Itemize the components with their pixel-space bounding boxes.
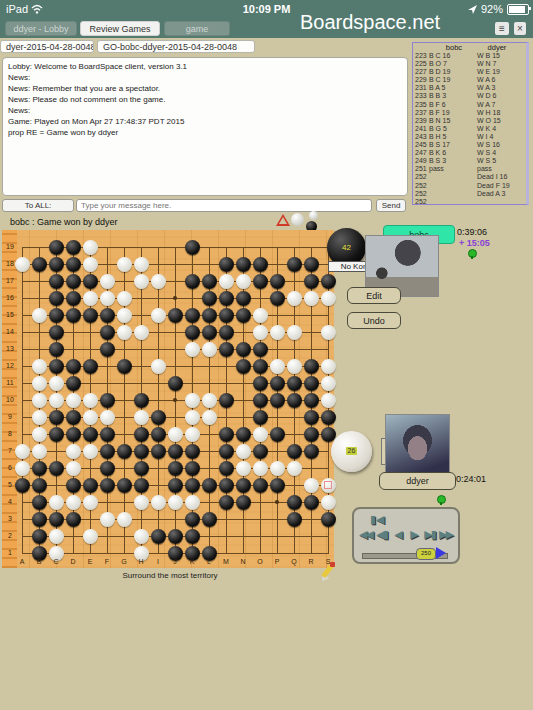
black-stone-D18[interactable] <box>66 257 81 272</box>
move-row[interactable]: 241B G 5W K 4 <box>413 125 526 133</box>
black-stone-P16[interactable] <box>270 291 285 306</box>
black-stone-Q3[interactable] <box>287 512 302 527</box>
white-stone-E2[interactable] <box>83 529 98 544</box>
black-stone-M15[interactable] <box>219 308 234 323</box>
vcr-back-step-button[interactable]: ◀▮ <box>374 527 389 541</box>
move-cell: 235 <box>415 101 429 109</box>
white-stone-L10[interactable] <box>202 393 217 408</box>
goal-pencil-icon[interactable] <box>318 560 336 584</box>
move-row[interactable]: 225B O 7W N 7 <box>413 60 526 68</box>
black-stone-F13[interactable] <box>100 342 115 357</box>
black-stone-K14[interactable] <box>185 325 200 340</box>
white-stone-G18[interactable] <box>117 257 132 272</box>
black-stone-H6[interactable] <box>134 461 149 476</box>
black-stone-K15[interactable] <box>185 308 200 323</box>
white-stone-S14[interactable] <box>321 325 336 340</box>
tab-game-2[interactable]: GO-bobc-ddyer-2015-04-28-0048 <box>97 40 255 53</box>
black-stone-J2[interactable] <box>168 529 183 544</box>
row-label: 7 <box>3 447 17 454</box>
move-row[interactable]: 237B F 19W H 18 <box>413 109 526 117</box>
white-stone-F9[interactable] <box>100 410 115 425</box>
white-stone-D7[interactable] <box>66 444 81 459</box>
white-stone-S11[interactable] <box>321 376 336 391</box>
white-stone-K13[interactable] <box>185 342 200 357</box>
white-stone-O15[interactable] <box>253 308 268 323</box>
white-stone-I15[interactable] <box>151 308 166 323</box>
black-stone-I8[interactable] <box>151 427 166 442</box>
chat-line: Lobby: Welcome to BoardSpace client, ver… <box>8 61 402 72</box>
black-stone-S17[interactable] <box>321 274 336 289</box>
white-stone-Q12[interactable] <box>287 359 302 374</box>
black-stone-L3[interactable] <box>202 512 217 527</box>
white-stone-H2[interactable] <box>134 529 149 544</box>
go-board[interactable]: 19181716151413121110987654321ABCDEFGHIJK… <box>2 230 334 568</box>
black-stone-O18[interactable] <box>253 257 268 272</box>
black-stone-E5[interactable] <box>83 478 98 493</box>
white-stone-O14[interactable] <box>253 325 268 340</box>
black-stone-D8[interactable] <box>66 427 81 442</box>
black-stone-L17[interactable] <box>202 274 217 289</box>
white-stone-P12[interactable] <box>270 359 285 374</box>
black-stone-D15[interactable] <box>66 308 81 323</box>
black-stone-O10[interactable] <box>253 393 268 408</box>
white-stone-B15[interactable] <box>32 308 47 323</box>
white-stone-Q16[interactable] <box>287 291 302 306</box>
row-label: 8 <box>3 430 17 437</box>
black-stone-L14[interactable] <box>202 325 217 340</box>
review-games-button[interactable]: Review Games #1 <box>80 21 160 36</box>
black-stone-C3[interactable] <box>49 512 64 527</box>
lobby-button[interactable]: ddyer - Lobby <box>5 21 77 36</box>
ddyer-main-time: 0:24:01 <box>456 474 486 484</box>
black-stone-B2[interactable] <box>32 529 47 544</box>
black-stone-O11[interactable] <box>253 376 268 391</box>
black-stone-Q7[interactable] <box>287 444 302 459</box>
black-stone-C6[interactable] <box>49 461 64 476</box>
black-stone-J15[interactable] <box>168 308 183 323</box>
white-stone-E10[interactable] <box>83 393 98 408</box>
move-cell: 252 <box>415 173 429 181</box>
move-row[interactable]: 252Dead I 16 <box>413 173 526 181</box>
black-stone-R9[interactable] <box>304 410 319 425</box>
chat-line: News: Please do not comment on the game. <box>8 94 402 105</box>
black-stone-M16[interactable] <box>219 291 234 306</box>
black-stone-N4[interactable] <box>236 495 251 510</box>
black-stone-C17[interactable] <box>49 274 64 289</box>
header-bar: ddyer - Lobby Review Games #1 game selec… <box>0 20 533 38</box>
row-label: 19 <box>3 243 17 250</box>
move-cell: B C 16 <box>429 52 477 60</box>
move-cell: B F 6 <box>429 101 477 109</box>
black-stone-N18[interactable] <box>236 257 251 272</box>
white-stone-B9[interactable] <box>32 410 47 425</box>
move-cell: 252 <box>415 190 429 198</box>
move-row[interactable]: 227B D 19W E 19 <box>413 68 526 76</box>
column-label: H <box>136 558 146 565</box>
white-stone-F16[interactable] <box>100 291 115 306</box>
edit-button[interactable]: Edit <box>347 287 401 304</box>
black-stone-P17[interactable] <box>270 274 285 289</box>
move-row[interactable]: 233B B 3W D 6 <box>413 92 526 100</box>
black-stone-B18[interactable] <box>32 257 47 272</box>
move-cell: Dead A 3 <box>477 190 521 198</box>
row-label: 9 <box>3 413 17 420</box>
black-stone-R12[interactable] <box>304 359 319 374</box>
white-stone-D10[interactable] <box>66 393 81 408</box>
black-stone-R7[interactable] <box>304 444 319 459</box>
undo-button[interactable]: Undo <box>347 312 401 329</box>
black-stone-F10[interactable] <box>100 393 115 408</box>
white-stone-F17[interactable] <box>100 274 115 289</box>
black-stone-R8[interactable] <box>304 427 319 442</box>
black-stone-H8[interactable] <box>134 427 149 442</box>
black-stone-F8[interactable] <box>100 427 115 442</box>
black-stone-C18[interactable] <box>49 257 64 272</box>
black-stone-F7[interactable] <box>100 444 115 459</box>
black-stone-G5[interactable] <box>117 478 132 493</box>
message-input[interactable] <box>76 199 372 212</box>
white-stone-C4[interactable] <box>49 495 64 510</box>
move-row[interactable]: 243B H 5W I 4 <box>413 133 526 141</box>
column-label: D <box>68 558 78 565</box>
black-stone-L5[interactable] <box>202 478 217 493</box>
move-row[interactable]: 245B S 17W S 16 <box>413 141 526 149</box>
status-bar: iPad 10:09 PM 92% <box>0 0 533 20</box>
white-stone-S4[interactable] <box>321 495 336 510</box>
white-stone-N6[interactable] <box>236 461 251 476</box>
close-icon[interactable]: × <box>514 22 526 35</box>
black-stone-F15[interactable] <box>100 308 115 323</box>
white-stone-E7[interactable] <box>83 444 98 459</box>
black-stone-R4[interactable] <box>304 495 319 510</box>
move-cell: B N 15 <box>429 117 477 125</box>
move-row[interactable]: 229B C 19W A 6 <box>413 76 526 84</box>
black-stone-E12[interactable] <box>83 359 98 374</box>
black-stone-P5[interactable] <box>270 478 285 493</box>
white-stone-B8[interactable] <box>32 427 47 442</box>
black-stone-B6[interactable] <box>32 461 47 476</box>
black-stone-L16[interactable] <box>202 291 217 306</box>
black-stone-N5[interactable] <box>236 478 251 493</box>
move-row[interactable]: 251passpass <box>413 165 526 173</box>
chat-line: News: Remember that you are a spectator. <box>8 83 402 94</box>
black-stone-K5[interactable] <box>185 478 200 493</box>
player-button-ddyer[interactable]: ddyer <box>379 472 456 490</box>
white-pool-stone[interactable]: 26 <box>331 431 372 472</box>
column-label: A <box>17 558 27 565</box>
black-stone-I7[interactable] <box>151 444 166 459</box>
black-stone-O12[interactable] <box>253 359 268 374</box>
row-label: 6 <box>3 464 17 471</box>
move-cell: W A 3 <box>477 84 521 92</box>
white-stone-S5[interactable] <box>321 478 336 493</box>
column-label: L <box>204 558 214 565</box>
move-cell <box>429 173 477 181</box>
black-stone-Q4[interactable] <box>287 495 302 510</box>
move-cell: 245 <box>415 141 429 149</box>
column-label: N <box>238 558 248 565</box>
game-selector-button[interactable]: game selector <box>164 21 230 36</box>
black-stone-C19[interactable] <box>49 240 64 255</box>
white-stone-O8[interactable] <box>253 427 268 442</box>
black-stone-J11[interactable] <box>168 376 183 391</box>
black-stone-N8[interactable] <box>236 427 251 442</box>
last-move-marker <box>324 481 332 489</box>
black-stone-H5[interactable] <box>134 478 149 493</box>
chat-line: News: <box>8 105 402 116</box>
vcr-forward-step-button[interactable]: ▶▮ <box>422 527 437 541</box>
ddyer-avatar[interactable] <box>385 414 450 480</box>
move-row[interactable]: 249B S 3W S 5 <box>413 157 526 165</box>
move-row[interactable]: 247B K 6W S 4 <box>413 149 526 157</box>
move-list-panel[interactable]: bobc ddyer 223B C 16W B 15225B O 7W N 72… <box>412 42 529 205</box>
black-stone-H10[interactable] <box>134 393 149 408</box>
black-stone-C16[interactable] <box>49 291 64 306</box>
white-stone-C11[interactable] <box>49 376 64 391</box>
white-stone-R5[interactable] <box>304 478 319 493</box>
black-stone-R11[interactable] <box>304 376 319 391</box>
white-stone-E4[interactable] <box>83 495 98 510</box>
black-stone-N15[interactable] <box>236 308 251 323</box>
black-stone-M8[interactable] <box>219 427 234 442</box>
tab-game-1[interactable]: dyer-2015-04-28-0048 <box>0 40 94 53</box>
black-stone-L15[interactable] <box>202 308 217 323</box>
vcr-rewind-button[interactable]: ◀◀ <box>358 527 373 541</box>
move-cell: 243 <box>415 133 429 141</box>
white-stone-N7[interactable] <box>236 444 251 459</box>
move-cell: B O 7 <box>429 60 477 68</box>
white-stone-B11[interactable] <box>32 376 47 391</box>
white-stone-H9[interactable] <box>134 410 149 425</box>
white-stone-E16[interactable] <box>83 291 98 306</box>
white-stone-J8[interactable] <box>168 427 183 442</box>
black-stone-O13[interactable] <box>253 342 268 357</box>
white-stone-K10[interactable] <box>185 393 200 408</box>
black-stone-K2[interactable] <box>185 529 200 544</box>
white-stone-N17[interactable] <box>236 274 251 289</box>
black-stone-H7[interactable] <box>134 444 149 459</box>
white-stone-S16[interactable] <box>321 291 336 306</box>
black-stone-K7[interactable] <box>185 444 200 459</box>
column-label: P <box>272 558 282 565</box>
white-stone-H17[interactable] <box>134 274 149 289</box>
black-stone-D16[interactable] <box>66 291 81 306</box>
move-row[interactable]: 252Dead A 3 <box>413 190 526 198</box>
black-player-column: bobc <box>431 43 477 52</box>
black-stone-C9[interactable] <box>49 410 64 425</box>
black-stone-P10[interactable] <box>270 393 285 408</box>
black-stone-Q18[interactable] <box>287 257 302 272</box>
black-stone-M14[interactable] <box>219 325 234 340</box>
vcr-back-button[interactable]: ◀ <box>390 527 405 541</box>
white-stone-H14[interactable] <box>134 325 149 340</box>
black-stone-G12[interactable] <box>117 359 132 374</box>
vcr-to-start-button[interactable]: ▮◀ <box>370 512 385 526</box>
white-stone-R16[interactable] <box>304 291 319 306</box>
white-stone-E9[interactable] <box>83 410 98 425</box>
black-stone-O5[interactable] <box>253 478 268 493</box>
black-stone-C13[interactable] <box>49 342 64 357</box>
black-stone-K17[interactable] <box>185 274 200 289</box>
warning-triangle-icon[interactable] <box>276 214 290 226</box>
move-cell: W D 6 <box>477 92 521 100</box>
black-stone-D19[interactable] <box>66 240 81 255</box>
black-stone-O17[interactable] <box>253 274 268 289</box>
app-window: iPad 10:09 PM 92% ddyer - Lobby Review G… <box>0 0 533 710</box>
to-all-button[interactable]: To ALL: <box>2 199 74 212</box>
white-stone-small-icon[interactable] <box>309 211 318 220</box>
move-row[interactable]: 239B N 15W O 15 <box>413 117 526 125</box>
black-stone-D17[interactable] <box>66 274 81 289</box>
black-stone-N13[interactable] <box>236 342 251 357</box>
black-stone-K19[interactable] <box>185 240 200 255</box>
white-stone-C2[interactable] <box>49 529 64 544</box>
white-stone-G15[interactable] <box>117 308 132 323</box>
black-stone-B3[interactable] <box>32 512 47 527</box>
white-stone-P14[interactable] <box>270 325 285 340</box>
black-stone-M5[interactable] <box>219 478 234 493</box>
black-stone-F6[interactable] <box>100 461 115 476</box>
black-stone-K3[interactable] <box>185 512 200 527</box>
white-stone-E18[interactable] <box>83 257 98 272</box>
ddyer-presence-pin <box>437 495 446 504</box>
black-stone-P8[interactable] <box>270 427 285 442</box>
white-stone-I4[interactable] <box>151 495 166 510</box>
black-stone-O9[interactable] <box>253 410 268 425</box>
white-stone-M17[interactable] <box>219 274 234 289</box>
menu-icon[interactable]: ≡ <box>495 22 509 35</box>
black-stone-S3[interactable] <box>321 512 336 527</box>
black-stone-M4[interactable] <box>219 495 234 510</box>
white-stone-H4[interactable] <box>134 495 149 510</box>
black-stone-N16[interactable] <box>236 291 251 306</box>
white-stone-I12[interactable] <box>151 359 166 374</box>
move-cell: W S 16 <box>477 141 521 149</box>
move-row[interactable]: 252Dead F 19 <box>413 182 526 190</box>
move-cell: W A 7 <box>477 101 521 109</box>
row-label: 15 <box>3 311 17 318</box>
white-stone-S12[interactable] <box>321 359 336 374</box>
move-cell: 233 <box>415 92 429 100</box>
white-stone-B12[interactable] <box>32 359 47 374</box>
black-stone-K6[interactable] <box>185 461 200 476</box>
white-stone-G3[interactable] <box>117 512 132 527</box>
black-stone-D11[interactable] <box>66 376 81 391</box>
black-stone-M18[interactable] <box>219 257 234 272</box>
white-stone-D6[interactable] <box>66 461 81 476</box>
black-stone-E8[interactable] <box>83 427 98 442</box>
black-stone-S9[interactable] <box>321 410 336 425</box>
black-stone-F14[interactable] <box>100 325 115 340</box>
black-stone-M13[interactable] <box>219 342 234 357</box>
white-stone-K8[interactable] <box>185 427 200 442</box>
move-cell: Dead F 19 <box>477 182 521 190</box>
white-stone-P6[interactable] <box>270 461 285 476</box>
vcr-forward-button[interactable]: ▶ <box>406 527 421 541</box>
black-stone-F5[interactable] <box>100 478 115 493</box>
black-stone-M10[interactable] <box>219 393 234 408</box>
hoshi-point <box>173 398 177 402</box>
white-stone-Q14[interactable] <box>287 325 302 340</box>
move-list-header: bobc ddyer <box>413 43 526 52</box>
vcr-panel: ▮◀ ◀◀◀▮◀▶▶▮▶▶ 250 <box>352 507 460 564</box>
white-stone-O6[interactable] <box>253 461 268 476</box>
white-stone-F3[interactable] <box>100 512 115 527</box>
black-stone-O7[interactable] <box>253 444 268 459</box>
white-stone-E19[interactable] <box>83 240 98 255</box>
black-stone-G7[interactable] <box>117 444 132 459</box>
black-stone-R18[interactable] <box>304 257 319 272</box>
black-stone-B4[interactable] <box>32 495 47 510</box>
black-stone-E17[interactable] <box>83 274 98 289</box>
black-stone-J5[interactable] <box>168 478 183 493</box>
black-stone-R17[interactable] <box>304 274 319 289</box>
white-stone-B10[interactable] <box>32 393 47 408</box>
vcr-slider-handle[interactable]: 250 <box>416 548 436 560</box>
black-stone-B5[interactable] <box>32 478 47 493</box>
white-stone-J4[interactable] <box>168 495 183 510</box>
white-stone-D4[interactable] <box>66 495 81 510</box>
white-stone-G14[interactable] <box>117 325 132 340</box>
black-stone-S8[interactable] <box>321 427 336 442</box>
white-stone-Q6[interactable] <box>287 461 302 476</box>
move-row[interactable]: 235B F 6W A 7 <box>413 101 526 109</box>
vcr-fast-forward-button[interactable]: ▶▶ <box>438 527 453 541</box>
black-stone-D9[interactable] <box>66 410 81 425</box>
black-stone-N12[interactable] <box>236 359 251 374</box>
move-cell: 251 <box>415 165 429 173</box>
move-row[interactable]: 223B C 16W B 15 <box>413 52 526 60</box>
black-stone-P11[interactable] <box>270 376 285 391</box>
white-stone-icon[interactable] <box>291 213 304 226</box>
black-stone-C12[interactable] <box>49 359 64 374</box>
move-row[interactable]: 231B A 5W A 3 <box>413 84 526 92</box>
black-stone-Q10[interactable] <box>287 393 302 408</box>
black-stone-I2[interactable] <box>151 529 166 544</box>
white-stone-S10[interactable] <box>321 393 336 408</box>
white-stone-I17[interactable] <box>151 274 166 289</box>
white-stone-L9[interactable] <box>202 410 217 425</box>
move-cell: B H 5 <box>429 133 477 141</box>
black-stone-R10[interactable] <box>304 393 319 408</box>
black-stone-E15[interactable] <box>83 308 98 323</box>
black-stone-D5[interactable] <box>66 478 81 493</box>
white-stone-H18[interactable] <box>134 257 149 272</box>
move-cell: W I 4 <box>477 133 521 141</box>
black-stone-J6[interactable] <box>168 461 183 476</box>
white-stone-K4[interactable] <box>185 495 200 510</box>
black-stone-D3[interactable] <box>66 512 81 527</box>
black-stone-Q11[interactable] <box>287 376 302 391</box>
black-stone-M6[interactable] <box>219 461 234 476</box>
black-stone-J7[interactable] <box>168 444 183 459</box>
black-stone-C14[interactable] <box>49 325 64 340</box>
black-stone-C8[interactable] <box>49 427 64 442</box>
white-stone-B7[interactable] <box>32 444 47 459</box>
white-stone-L13[interactable] <box>202 342 217 357</box>
move-row[interactable]: 252 <box>413 198 526 206</box>
white-stone-K9[interactable] <box>185 410 200 425</box>
send-button[interactable]: Send <box>376 199 406 212</box>
column-label: I <box>153 558 163 565</box>
black-stone-I9[interactable] <box>151 410 166 425</box>
black-stone-C15[interactable] <box>49 308 64 323</box>
white-stone-G16[interactable] <box>117 291 132 306</box>
white-stone-C10[interactable] <box>49 393 64 408</box>
black-stone-D12[interactable] <box>66 359 81 374</box>
black-stone-M7[interactable] <box>219 444 234 459</box>
chat-log[interactable]: Lobby: Welcome to BoardSpace client, ver… <box>2 57 408 196</box>
